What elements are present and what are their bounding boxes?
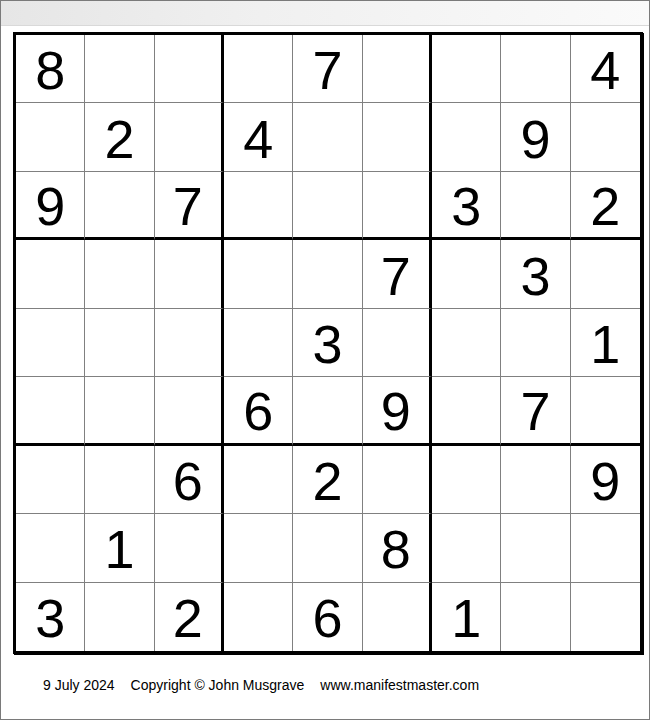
sudoku-cell[interactable] (155, 309, 224, 377)
sudoku-cell[interactable]: 9 (363, 377, 432, 445)
sudoku-cell[interactable] (571, 377, 640, 445)
sudoku-cell[interactable]: 2 (571, 172, 640, 240)
sudoku-cell[interactable]: 8 (363, 514, 432, 582)
sudoku-cell[interactable]: 6 (155, 446, 224, 514)
sudoku-cell[interactable]: 2 (293, 446, 362, 514)
sudoku-cell[interactable] (85, 35, 154, 103)
sudoku-cell[interactable] (501, 309, 570, 377)
sudoku-cell[interactable]: 8 (16, 35, 85, 103)
sudoku-cell[interactable] (293, 377, 362, 445)
sudoku-cell[interactable] (432, 103, 501, 171)
sudoku-cell[interactable] (571, 103, 640, 171)
sudoku-cell[interactable] (155, 35, 224, 103)
sudoku-cell[interactable]: 9 (501, 103, 570, 171)
sudoku-cell[interactable] (432, 377, 501, 445)
sudoku-cell[interactable] (16, 377, 85, 445)
sudoku-cell[interactable]: 9 (16, 172, 85, 240)
sudoku-cell[interactable] (155, 240, 224, 308)
sudoku-cell[interactable] (293, 172, 362, 240)
sudoku-cell[interactable]: 7 (363, 240, 432, 308)
sudoku-cell[interactable] (155, 103, 224, 171)
sudoku-cell[interactable] (85, 240, 154, 308)
sudoku-cell[interactable]: 2 (155, 583, 224, 651)
sudoku-cell[interactable] (432, 446, 501, 514)
sudoku-cell[interactable] (85, 309, 154, 377)
sudoku-cell[interactable]: 9 (571, 446, 640, 514)
sudoku-cell[interactable] (363, 103, 432, 171)
sudoku-cell[interactable] (363, 35, 432, 103)
sudoku-cell[interactable] (432, 309, 501, 377)
footer-copyright: Copyright © John Musgrave (131, 677, 305, 693)
sudoku-cell[interactable] (224, 583, 293, 651)
sudoku-cell[interactable] (432, 514, 501, 582)
sudoku-cell[interactable] (16, 103, 85, 171)
sudoku-cell[interactable] (155, 514, 224, 582)
sudoku-cell[interactable] (571, 583, 640, 651)
sudoku-cell[interactable] (224, 240, 293, 308)
header-strip (1, 1, 649, 26)
sudoku-cell[interactable] (224, 446, 293, 514)
sudoku-cell[interactable]: 2 (85, 103, 154, 171)
sudoku-cell[interactable] (501, 172, 570, 240)
sudoku-cell[interactable] (293, 240, 362, 308)
sudoku-cell[interactable]: 3 (432, 172, 501, 240)
sudoku-cell[interactable] (85, 377, 154, 445)
sudoku-cell[interactable] (501, 446, 570, 514)
sudoku-cell[interactable]: 7 (501, 377, 570, 445)
sudoku-cell[interactable] (224, 172, 293, 240)
sudoku-cell[interactable] (363, 446, 432, 514)
sudoku-cell[interactable]: 1 (432, 583, 501, 651)
sudoku-cell[interactable]: 4 (224, 103, 293, 171)
sudoku-cell[interactable] (363, 172, 432, 240)
sudoku-cell[interactable]: 3 (501, 240, 570, 308)
sudoku-cell[interactable]: 1 (85, 514, 154, 582)
sudoku-cell[interactable] (224, 514, 293, 582)
sudoku-grid: 87424997327331697629183261 (13, 32, 643, 654)
sudoku-cell[interactable] (501, 35, 570, 103)
sudoku-cell[interactable] (85, 446, 154, 514)
sudoku-cell[interactable] (432, 240, 501, 308)
sudoku-cell[interactable] (293, 103, 362, 171)
sudoku-cell[interactable] (501, 514, 570, 582)
sudoku-cell[interactable] (293, 514, 362, 582)
sudoku-cell[interactable] (85, 583, 154, 651)
sudoku-cell[interactable] (155, 377, 224, 445)
sudoku-cell[interactable] (432, 35, 501, 103)
sudoku-cell[interactable] (16, 309, 85, 377)
sudoku-cell[interactable] (224, 35, 293, 103)
sudoku-cell[interactable] (85, 172, 154, 240)
footer-date: 9 July 2024 (43, 677, 115, 693)
sudoku-cell[interactable]: 3 (16, 583, 85, 651)
sudoku-cell[interactable]: 6 (293, 583, 362, 651)
sudoku-cell[interactable] (16, 514, 85, 582)
sudoku-cell[interactable]: 3 (293, 309, 362, 377)
sudoku-cell[interactable] (363, 309, 432, 377)
sudoku-cell[interactable] (224, 309, 293, 377)
sudoku-cell[interactable] (16, 446, 85, 514)
footer-website: www.manifestmaster.com (320, 677, 479, 693)
sudoku-cell[interactable] (571, 514, 640, 582)
sudoku-cell[interactable]: 1 (571, 309, 640, 377)
sudoku-cell[interactable]: 4 (571, 35, 640, 103)
sudoku-cell[interactable] (501, 583, 570, 651)
sudoku-cell[interactable] (571, 240, 640, 308)
sudoku-cell[interactable]: 6 (224, 377, 293, 445)
sudoku-cell[interactable] (16, 240, 85, 308)
sudoku-cell[interactable]: 7 (155, 172, 224, 240)
footer: 9 July 2024 Copyright © John Musgrave ww… (43, 677, 479, 693)
puzzle-page: 87424997327331697629183261 9 July 2024 C… (0, 0, 650, 720)
sudoku-cell[interactable] (363, 583, 432, 651)
sudoku-cell[interactable]: 7 (293, 35, 362, 103)
